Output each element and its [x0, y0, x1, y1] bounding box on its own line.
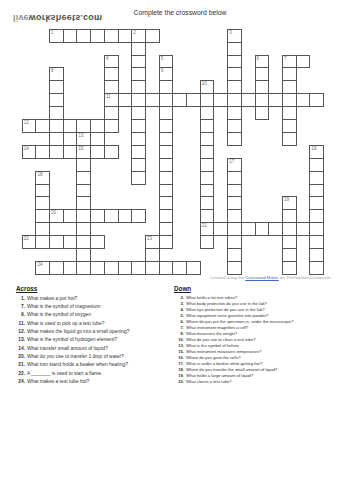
grid-cell[interactable] [282, 80, 297, 94]
clue-item-text: What makes a test tube hot? [27, 379, 89, 384]
grid-cell[interactable] [131, 132, 146, 146]
grid-cell[interactable] [76, 222, 91, 236]
grid-cell[interactable] [145, 248, 160, 262]
grid-cell[interactable] [255, 80, 270, 94]
grid-cell[interactable] [282, 119, 297, 133]
clue-number: 2 [133, 30, 136, 35]
grid-cell[interactable] [131, 80, 146, 94]
grid-cell[interactable] [118, 209, 133, 223]
grid-cell[interactable]: 1 [49, 29, 64, 43]
grid-cell[interactable] [200, 158, 215, 172]
grid-cell[interactable] [200, 119, 215, 133]
grid-cell[interactable] [200, 132, 215, 146]
grid-cell[interactable] [35, 209, 50, 223]
grid-cell[interactable] [63, 29, 78, 43]
grid-cell[interactable] [131, 171, 146, 185]
grid-cell[interactable] [131, 145, 146, 159]
grid-cell[interactable] [159, 158, 174, 172]
grid-cell[interactable] [227, 248, 242, 262]
clue-item-text: What eye protection do you use in the la… [186, 307, 265, 312]
grid-cell[interactable] [159, 261, 174, 275]
grid-cell[interactable]: 23 [145, 235, 160, 249]
grid-cell[interactable] [282, 235, 297, 249]
clue-item: 24.What makes a test tube hot? [16, 378, 166, 386]
grid-cell[interactable]: 20 [49, 209, 64, 223]
grid-cell[interactable] [90, 209, 105, 223]
grid-cell[interactable] [90, 132, 105, 146]
grid-cell[interactable] [200, 145, 215, 159]
grid-cell[interactable] [35, 235, 50, 249]
grid-cell[interactable] [159, 196, 174, 210]
grid-cell[interactable] [227, 106, 242, 120]
grid-cell[interactable] [159, 171, 174, 185]
grid-cell[interactable] [118, 93, 133, 107]
grid-cell[interactable] [131, 42, 146, 56]
grid-cell[interactable] [309, 209, 324, 223]
grid-cell[interactable] [282, 132, 297, 146]
grid-cell[interactable]: 8 [49, 67, 64, 81]
across-clues-section: Across 1.What makes a pot hot?7.What is … [16, 285, 166, 386]
grid-cell[interactable] [227, 42, 242, 56]
grid-cell[interactable] [227, 196, 242, 210]
credit-post: on TheTeachersCorner.net [279, 275, 331, 280]
grid-cell[interactable]: 5 [159, 55, 174, 69]
grid-cell[interactable] [76, 184, 91, 198]
grid-cell[interactable] [227, 93, 242, 107]
grid-cell[interactable] [309, 261, 324, 275]
clue-item: 1.What makes a pot hot? [16, 295, 166, 303]
grid-cell[interactable] [76, 119, 91, 133]
crossword-grid: 123456789101112131415161718192021222324 [22, 29, 324, 275]
clue-item: 23.What closes a test tube? [174, 379, 336, 385]
grid-cell[interactable] [200, 184, 215, 198]
clue-item-number: 21. [16, 361, 25, 369]
clue-item-text: What holds a lot test tubes? [186, 295, 237, 300]
grid-cell[interactable] [131, 67, 146, 81]
grid-cell[interactable] [131, 93, 146, 107]
grid-cell[interactable] [118, 261, 133, 275]
grid-cell[interactable] [159, 184, 174, 198]
worksheet-page: liveworksheets.com Complete the crosswor… [0, 0, 340, 480]
clue-number: 21 [202, 223, 207, 228]
grid-cell[interactable] [255, 106, 270, 120]
grid-cell[interactable] [131, 158, 146, 172]
clue-item-text: A _______ is used to start a flame. [27, 371, 102, 376]
page-title: Complete the crossword below [110, 9, 250, 16]
credit-pre: Created using the [210, 275, 245, 280]
grid-cell[interactable] [131, 209, 146, 223]
clue-item-text: What iron stand holds a beaker when heat… [27, 362, 128, 367]
grid-cell[interactable] [309, 235, 324, 249]
clue-number: 7 [284, 56, 287, 61]
clue-item-number: 9. [16, 311, 25, 319]
grid-cell[interactable]: 16 [309, 145, 324, 159]
clue-item: 12.What makes the liquid go into a small… [16, 328, 166, 336]
grid-cell[interactable] [131, 119, 146, 133]
grid-cell[interactable] [200, 209, 215, 223]
grid-cell[interactable] [76, 29, 91, 43]
clue-item: 13.What is the symbol of hydrogen elemen… [16, 336, 166, 344]
grid-cell[interactable]: 10 [200, 80, 215, 94]
grid-cell[interactable] [159, 93, 174, 107]
clue-number: 12 [24, 120, 29, 125]
grid-cell[interactable] [213, 93, 228, 107]
clue-item-text: What measures the weight? [186, 331, 237, 336]
grid-cell[interactable] [104, 67, 119, 81]
clue-item-number: 1. [16, 295, 25, 303]
grid-cell[interactable] [76, 196, 91, 210]
grid-cell[interactable] [104, 261, 119, 275]
grid-cell[interactable]: 21 [200, 222, 215, 236]
grid-cell[interactable] [200, 171, 215, 185]
grid-cell[interactable] [35, 222, 50, 236]
clue-item-text: What do you use to transfer 1 drop of wa… [27, 354, 124, 359]
clue-item: 11.What is used to pick up a test tube? [16, 320, 166, 328]
clue-item-text: What is under a beaker while getting hot… [186, 361, 262, 366]
grid-cell[interactable] [227, 119, 242, 133]
grid-cell[interactable]: 7 [282, 55, 297, 69]
grid-cell[interactable] [309, 196, 324, 210]
clue-item-text: What holds a large amount of liquid? [186, 373, 253, 378]
grid-cell[interactable] [49, 145, 64, 159]
grid-cell[interactable]: 17 [227, 158, 242, 172]
clue-item-text: Where do you grow the cells? [186, 355, 241, 360]
clue-item-text: Where do you transfer the small amount o… [186, 367, 277, 372]
grid-cell[interactable]: 24 [35, 261, 50, 275]
grid-cell[interactable] [241, 93, 256, 107]
grid-cell[interactable] [63, 261, 78, 275]
grid-cell[interactable] [63, 209, 78, 223]
clue-item-number: 20. [16, 353, 25, 361]
grid-cell[interactable] [227, 261, 242, 275]
grid-cell[interactable] [131, 55, 146, 69]
grid-cell[interactable]: 22 [22, 235, 37, 249]
grid-cell[interactable] [227, 235, 242, 249]
grid-cell[interactable] [159, 80, 174, 94]
grid-cell[interactable] [104, 29, 119, 43]
grid-cell[interactable] [282, 209, 297, 223]
grid-cell[interactable] [159, 145, 174, 159]
crossword-maker-link[interactable]: Crossword Maker [245, 275, 279, 280]
grid-cell[interactable] [172, 261, 187, 275]
grid-cell[interactable] [200, 196, 215, 210]
clue-number: 13 [78, 133, 83, 138]
grid-cell[interactable] [227, 132, 242, 146]
clue-item-text: What equipment turns granules into powde… [186, 313, 268, 318]
clue-number: 19 [284, 197, 289, 202]
grid-cell[interactable]: 13 [76, 132, 91, 146]
credit-line: Created using the Crossword Maker on The… [210, 275, 331, 280]
grid-cell[interactable]: 14 [22, 145, 37, 159]
grid-cell[interactable] [76, 171, 91, 185]
grid-cell[interactable] [186, 93, 201, 107]
grid-cell[interactable] [63, 235, 78, 249]
clue-number: 3 [229, 30, 232, 35]
grid-cell[interactable] [282, 222, 297, 236]
clue-number: 17 [229, 159, 234, 164]
grid-cell[interactable] [268, 93, 283, 107]
clue-item-number: 23. [174, 379, 184, 385]
clue-item: 22.A _______ is used to start a flame. [16, 370, 166, 378]
clue-number: 5 [161, 56, 164, 61]
clue-item-text: What instrument magnifies a cell? [186, 325, 248, 330]
clue-item-number: 24. [16, 378, 25, 386]
grid-cell[interactable]: 15 [76, 145, 91, 159]
grid-cell[interactable]: 19 [282, 196, 297, 210]
grid-cell[interactable] [159, 119, 174, 133]
grid-cell[interactable] [227, 171, 242, 185]
clue-number: 10 [202, 81, 207, 86]
grid-cell[interactable] [63, 145, 78, 159]
grid-cell[interactable] [49, 235, 64, 249]
grid-cell[interactable] [159, 235, 174, 249]
grid-cell[interactable] [145, 29, 160, 43]
grid-cell[interactable] [255, 93, 270, 107]
clue-item-number: 7. [16, 303, 25, 311]
clue-item: 20.What do you use to transfer 1 drop of… [16, 353, 166, 361]
grid-cell[interactable] [104, 209, 119, 223]
grid-cell[interactable] [282, 93, 297, 107]
clue-number: 15 [78, 146, 83, 151]
grid-cell[interactable] [282, 106, 297, 120]
grid-cell[interactable] [35, 196, 50, 210]
clue-number: 23 [147, 236, 152, 241]
clue-number: 20 [51, 210, 56, 215]
grid-cell[interactable]: 9 [159, 67, 174, 81]
grid-cell[interactable]: 3 [227, 29, 242, 43]
clue-item: 21.What iron stand holds a beaker when h… [16, 361, 166, 369]
grid-cell[interactable] [296, 222, 311, 236]
clue-item-text: Where do you put the specimen in, under … [186, 319, 293, 324]
grid-cell[interactable] [90, 261, 105, 275]
across-heading: Across [16, 285, 166, 292]
grid-cell[interactable] [49, 119, 64, 133]
clue-item-text: What makes the liquid go into a small op… [27, 329, 130, 334]
grid-cell[interactable] [172, 93, 187, 107]
grid-cell[interactable]: 12 [22, 119, 37, 133]
grid-cell[interactable] [104, 80, 119, 94]
grid-cell[interactable] [159, 222, 174, 236]
clue-number: 22 [24, 236, 29, 241]
grid-cell[interactable] [268, 222, 283, 236]
clue-item-text: What body protection do you use in the l… [186, 301, 267, 306]
down-heading: Down [174, 285, 336, 292]
grid-cell[interactable] [227, 184, 242, 198]
grid-cell[interactable] [35, 145, 50, 159]
clue-item-text: What do you use to clean a test tube? [186, 337, 256, 342]
grid-cell[interactable] [90, 29, 105, 43]
grid-cell[interactable] [76, 209, 91, 223]
clue-item-text: What makes a pot hot? [27, 296, 77, 301]
clue-item-number: 22. [16, 370, 25, 378]
grid-cell[interactable] [63, 119, 78, 133]
grid-cell[interactable] [90, 119, 105, 133]
grid-cell[interactable]: 2 [131, 29, 146, 43]
grid-cell[interactable] [76, 235, 91, 249]
grid-cell[interactable] [309, 93, 324, 107]
grid-cell[interactable] [227, 209, 242, 223]
grid-cell[interactable] [309, 184, 324, 198]
clue-number: 4 [106, 56, 109, 61]
grid-cell[interactable] [76, 261, 91, 275]
clue-number: 11 [106, 94, 111, 99]
grid-cell[interactable] [186, 261, 201, 275]
grid-cell[interactable] [159, 209, 174, 223]
grid-cell[interactable] [76, 158, 91, 172]
grid-cell[interactable] [49, 132, 64, 146]
clue-number: 24 [37, 262, 42, 267]
clue-item-text: What is the symbol of helium [186, 343, 239, 348]
grid-cell[interactable] [200, 106, 215, 120]
grid-cell[interactable] [131, 106, 146, 120]
grid-cell[interactable] [309, 158, 324, 172]
grid-cell[interactable]: 18 [35, 171, 50, 185]
clue-number: 16 [311, 146, 316, 151]
liveworksheets-logo: liveworksheets.com [13, 13, 102, 23]
clue-item-number: 13. [16, 336, 25, 344]
grid-cell[interactable] [90, 145, 105, 159]
clue-item-text: What is used to pick up a test tube? [27, 321, 104, 326]
grid-cell[interactable] [35, 119, 50, 133]
clue-number: 8 [51, 68, 54, 73]
grid-cell[interactable]: 4 [104, 55, 119, 69]
grid-cell[interactable] [309, 222, 324, 236]
grid-cell[interactable] [200, 93, 215, 107]
grid-cell[interactable] [104, 106, 119, 120]
clue-item-text: What is the symbol of magnesium [27, 304, 100, 309]
grid-cell[interactable] [227, 80, 242, 94]
grid-cell[interactable]: 6 [255, 55, 270, 69]
clue-number: 18 [37, 172, 42, 177]
clue-number: 9 [161, 68, 164, 73]
grid-cell[interactable] [90, 235, 105, 249]
grid-cell[interactable] [49, 80, 64, 94]
grid-cell[interactable] [241, 222, 256, 236]
down-clue-list: 2.What holds a lot test tubes?3.What bod… [174, 295, 336, 386]
grid-cell[interactable] [35, 184, 50, 198]
down-clues-section: Down 2.What holds a lot test tubes?3.Wha… [174, 285, 336, 385]
grid-cell[interactable] [159, 132, 174, 146]
clue-item: 7.What is the symbol of magnesium [16, 303, 166, 311]
grid-cell[interactable] [213, 222, 228, 236]
grid-cell[interactable] [227, 55, 242, 69]
grid-cell[interactable] [159, 106, 174, 120]
clue-item-text: What is the symbol of oxygen [27, 312, 91, 317]
grid-cell[interactable] [118, 29, 133, 43]
grid-cell[interactable] [255, 67, 270, 81]
clue-item-text: What is the symbol of hydrogen element? [27, 337, 117, 342]
grid-cell[interactable] [227, 222, 242, 236]
clue-number: 14 [24, 146, 29, 151]
grid-cell[interactable] [255, 222, 270, 236]
grid-cell[interactable]: 11 [104, 93, 119, 107]
logo-worksheets-text: worksheets.com [29, 13, 102, 23]
grid-cell[interactable] [227, 67, 242, 81]
grid-cell[interactable] [145, 261, 160, 275]
clue-number: 6 [257, 56, 260, 61]
grid-cell[interactable] [76, 248, 91, 262]
grid-cell[interactable] [49, 106, 64, 120]
clue-item: 14.What transfer small amount of liquid? [16, 345, 166, 353]
grid-cell[interactable] [309, 171, 324, 185]
clue-item-text: What instrument measures temperature? [186, 349, 261, 354]
grid-cell[interactable] [200, 235, 215, 249]
grid-cell[interactable] [296, 93, 311, 107]
grid-cell[interactable] [309, 248, 324, 262]
grid-cell[interactable] [104, 119, 119, 133]
grid-cell[interactable] [49, 93, 64, 107]
clue-item-number: 12. [16, 328, 25, 336]
clue-item-text: What closes a test tube? [186, 379, 231, 384]
clue-number: 1 [51, 30, 54, 35]
grid-cell[interactable] [296, 55, 311, 69]
clue-item-number: 11. [16, 320, 25, 328]
clue-item: 9.What is the symbol of oxygen [16, 311, 166, 319]
grid-cell[interactable] [282, 248, 297, 262]
clue-item-text: What transfer small amount of liquid? [27, 346, 108, 351]
clue-item-number: 14. [16, 345, 25, 353]
across-clue-list: 1.What makes a pot hot?7.What is the sym… [16, 295, 166, 387]
grid-cell[interactable] [145, 93, 160, 107]
grid-cell[interactable] [282, 261, 297, 275]
grid-cell[interactable] [131, 261, 146, 275]
logo-live-text: live [13, 13, 29, 23]
grid-cell[interactable] [104, 145, 119, 159]
grid-cell[interactable] [282, 67, 297, 81]
grid-cell[interactable] [49, 261, 64, 275]
